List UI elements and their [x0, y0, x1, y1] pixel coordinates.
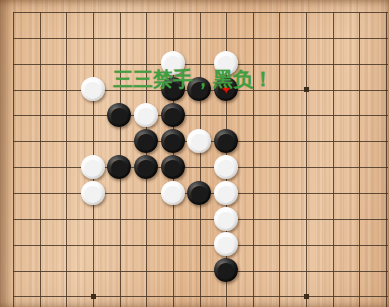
gomoku-board[interactable]: ●●●●●●●●●●●●●●●●●●●●●●●●● ✦ 三三禁手，黑负！ — [0, 0, 389, 307]
black-stone: ● — [161, 103, 185, 127]
black-stone: ● — [214, 258, 238, 282]
black-stone: ● — [134, 129, 158, 153]
black-stone: ● — [161, 155, 185, 179]
white-stone: ● — [81, 77, 105, 101]
board-grid — [13, 12, 388, 307]
white-stone: ● — [214, 232, 238, 256]
black-stone: ● — [134, 155, 158, 179]
black-stone: ● — [107, 155, 131, 179]
forbidden-move-message: 三三禁手，黑负！ — [113, 66, 273, 93]
black-stone: ● — [161, 129, 185, 153]
black-stone: ● — [187, 181, 211, 205]
white-stone: ● — [214, 181, 238, 205]
white-stone: ● — [134, 103, 158, 127]
white-stone: ● — [81, 155, 105, 179]
black-stone: ● — [107, 103, 131, 127]
white-stone: ● — [214, 207, 238, 231]
white-stone: ● — [81, 181, 105, 205]
star-point — [91, 294, 96, 299]
white-stone: ● — [214, 155, 238, 179]
star-point — [304, 87, 309, 92]
star-point — [304, 294, 309, 299]
black-stone: ● — [214, 129, 238, 153]
white-stone: ● — [161, 181, 185, 205]
white-stone: ● — [187, 129, 211, 153]
